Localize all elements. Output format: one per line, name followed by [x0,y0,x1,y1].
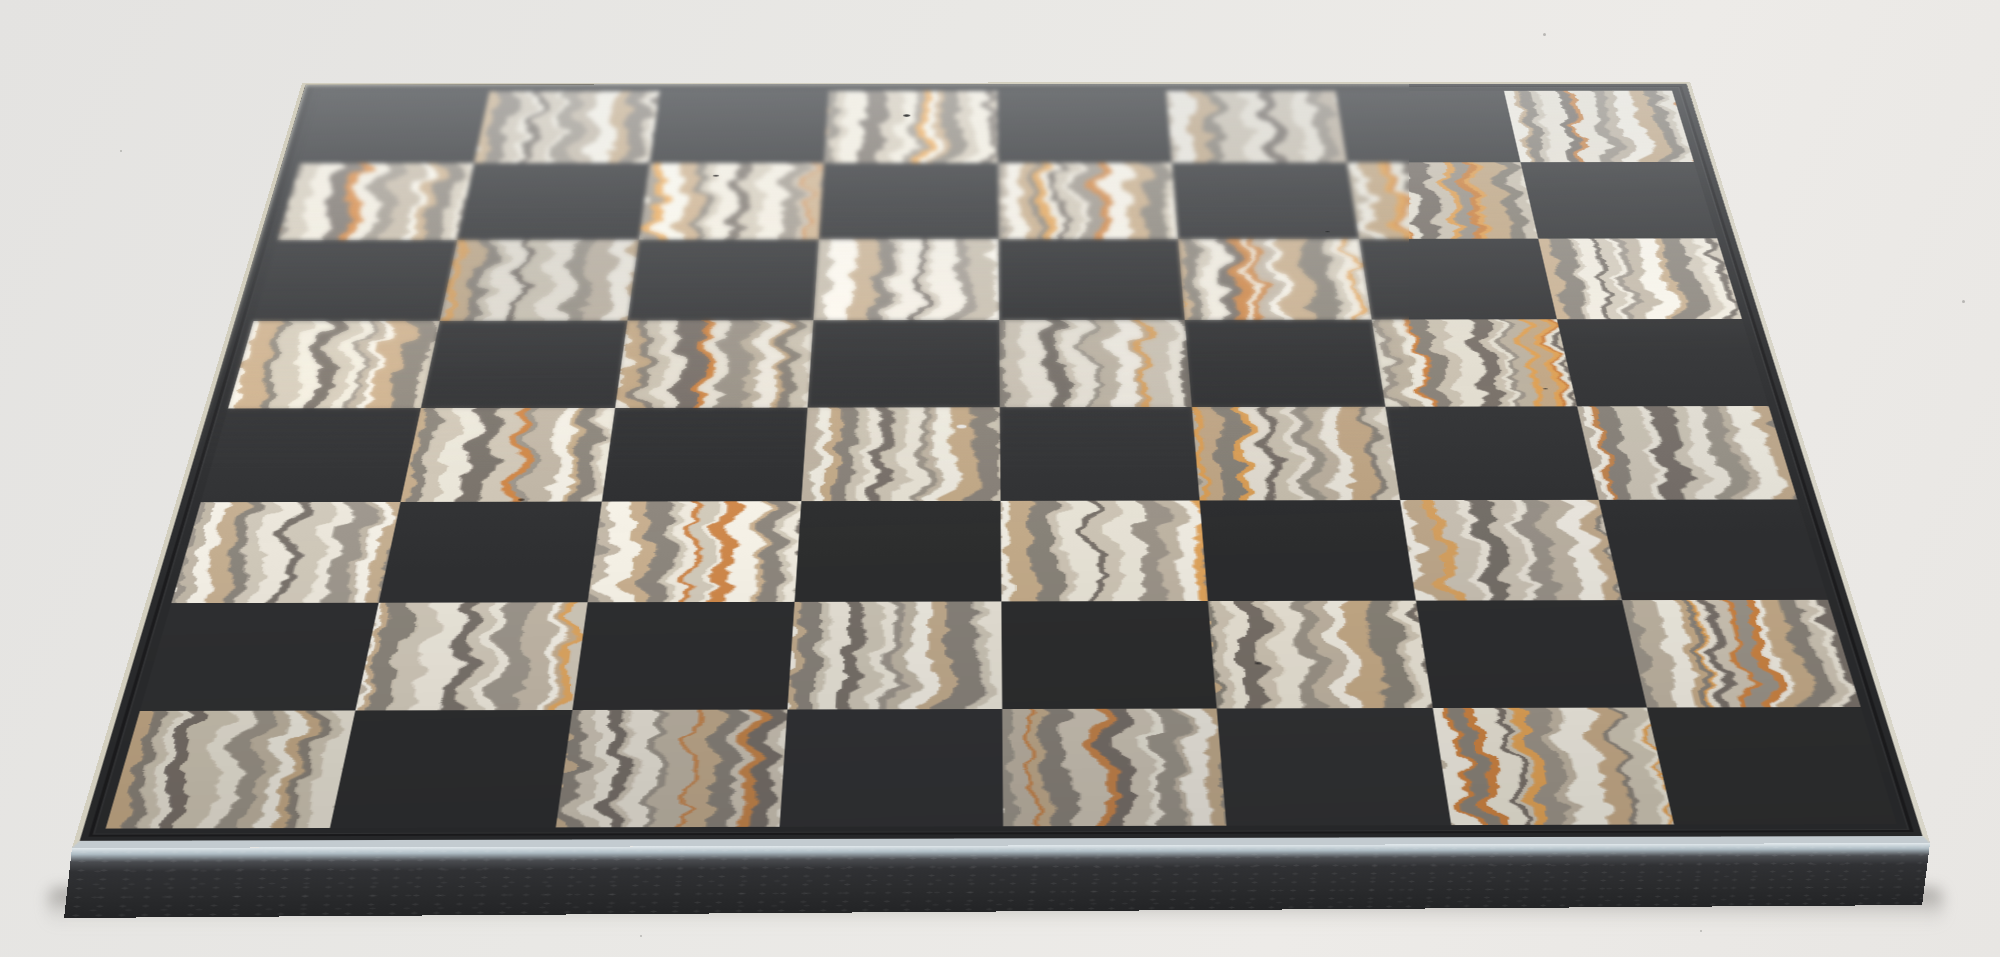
square-c6 [627,239,819,321]
square-h3 [1598,499,1827,600]
onyx-texture [1002,709,1227,826]
square-e8 [997,91,1172,163]
square-h1 [1647,707,1897,824]
photo-background [0,0,2000,957]
square-b2 [356,602,587,711]
onyx-texture [1371,319,1577,406]
chess-board [72,82,1930,848]
onyx-texture [1577,406,1797,499]
square-d7 [818,163,998,239]
onyx-texture [1178,238,1371,320]
dust-speck [120,150,122,152]
square-c8 [649,91,828,163]
onyx-texture [1208,600,1432,709]
square-b5 [421,321,626,408]
onyx-texture [1001,500,1209,601]
onyx-texture [356,602,587,711]
square-c4 [601,408,807,502]
square-g4 [1385,406,1599,500]
square-g3 [1399,500,1621,601]
square-a7 [277,163,474,240]
dust-speck [1543,33,1546,36]
square-b3 [379,501,601,602]
board-side-edge [64,843,1930,918]
onyx-texture [587,501,801,602]
square-d5 [807,320,1000,407]
square-d6 [813,239,999,321]
onyx-texture [1504,91,1694,163]
onyx-texture [1346,162,1538,238]
square-b4 [401,408,614,502]
square-g7 [1346,162,1538,238]
square-d2 [787,601,1002,710]
onyx-texture [440,239,638,321]
square-a1 [106,711,356,829]
onyx-texture [998,162,1179,238]
square-g2 [1415,600,1647,708]
onyx-texture [787,601,1002,710]
onyx-texture [801,407,1001,501]
onyx-texture [824,91,998,163]
square-c2 [571,601,794,710]
onyx-texture [228,321,440,409]
dust-speck [640,935,642,937]
square-f4 [1192,407,1399,501]
square-d3 [794,501,1001,602]
square-e3 [1001,500,1209,601]
onyx-texture [474,91,659,163]
square-e1 [1002,709,1227,826]
square-g1 [1432,708,1674,825]
onyx-texture [277,163,474,240]
square-h7 [1520,162,1717,238]
square-c1 [555,710,787,828]
square-d8 [824,91,998,163]
onyx-texture [1538,238,1742,319]
square-d4 [801,407,1001,501]
board-grid [106,91,1897,829]
side-edge-texture [64,843,1930,918]
square-b7 [458,163,649,240]
onyx-texture [171,502,401,603]
square-c7 [638,163,823,239]
square-b6 [440,239,638,321]
square-a4 [201,408,421,502]
square-f5 [1185,320,1384,407]
square-h6 [1538,238,1742,319]
onyx-texture [555,710,787,828]
onyx-texture [1432,708,1674,825]
square-c5 [614,320,813,407]
onyx-texture [813,239,999,321]
onyx-texture [638,163,823,239]
square-g8 [1335,91,1520,163]
square-a3 [171,502,401,603]
onyx-texture [1166,91,1346,163]
square-e4 [1000,407,1200,501]
square-a6 [253,239,457,321]
square-c3 [587,501,801,602]
onyx-texture [999,320,1192,407]
square-a5 [228,321,440,409]
square-e6 [999,239,1186,321]
square-g6 [1358,238,1556,319]
onyx-texture [1192,407,1399,501]
square-f7 [1172,162,1358,238]
square-f1 [1217,708,1450,825]
onyx-texture [106,711,356,829]
square-h2 [1621,599,1860,707]
square-a2 [140,602,379,711]
square-e2 [1001,601,1217,710]
square-f2 [1208,600,1432,709]
square-h4 [1577,406,1797,499]
dust-speck [1700,930,1702,932]
square-b1 [330,710,571,828]
onyx-texture [401,408,614,502]
square-d1 [779,709,1003,827]
square-e5 [999,320,1192,407]
square-f3 [1200,500,1415,601]
square-a8 [299,91,489,163]
dust-speck [1962,300,1965,303]
onyx-texture [1621,599,1860,707]
square-f6 [1178,238,1371,320]
square-h8 [1504,91,1694,163]
square-f8 [1166,91,1346,163]
onyx-texture [614,320,813,407]
square-e7 [998,162,1179,238]
square-g5 [1371,319,1577,406]
onyx-texture [1399,500,1621,601]
square-h5 [1557,319,1769,406]
square-b8 [474,91,659,163]
